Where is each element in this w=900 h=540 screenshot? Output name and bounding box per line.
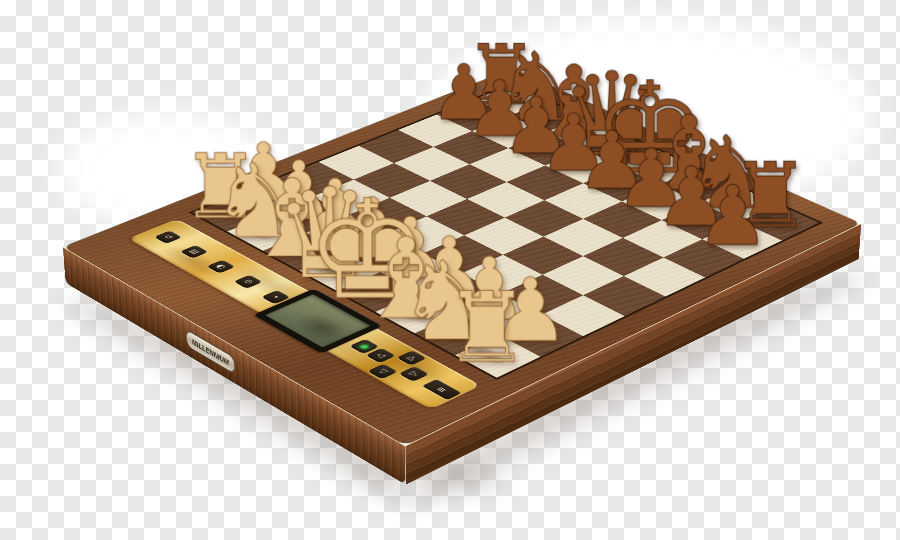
scene: ↺▤◐⊙• △◁▷▽ ≡ ♜♞♝♛♚♝♞♜♟♟♟♟♟♟♟♟♟♟♟♟♟♟♟♟♜♞♝… [0,0,900,540]
brand-label: MILLENNIUM [192,336,229,367]
chess-computer: ↺▤◐⊙• △◁▷▽ ≡ ♜♞♝♛♚♝♞♜♟♟♟♟♟♟♟♟♟♟♟♟♟♟♟♟♜♞♝… [63,68,861,445]
